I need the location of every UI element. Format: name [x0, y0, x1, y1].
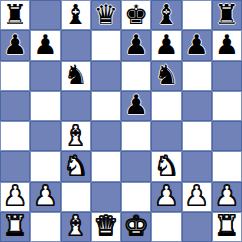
square-b4[interactable] — [30, 121, 60, 151]
square-e7[interactable]: ♟ — [121, 30, 151, 60]
square-a6[interactable] — [0, 61, 30, 91]
square-f8[interactable]: ♝ — [151, 0, 181, 30]
square-e1[interactable]: ♚ — [121, 212, 151, 242]
square-e6[interactable] — [121, 61, 151, 91]
piece-white-pawn-icon[interactable]: ♟ — [154, 182, 178, 209]
square-a8[interactable]: ♜ — [0, 0, 30, 30]
square-d8[interactable]: ♛ — [91, 0, 121, 30]
piece-white-rook-icon[interactable]: ♜ — [215, 212, 239, 239]
square-b8[interactable] — [30, 0, 60, 30]
square-e3[interactable] — [121, 151, 151, 181]
square-b5[interactable] — [30, 91, 60, 121]
square-g6[interactable] — [182, 61, 212, 91]
square-g7[interactable]: ♟ — [182, 30, 212, 60]
piece-black-pawn-icon[interactable]: ♟ — [154, 31, 178, 58]
square-h3[interactable] — [212, 151, 242, 181]
piece-black-rook-icon[interactable]: ♜ — [3, 1, 27, 28]
square-c2[interactable] — [61, 182, 91, 212]
square-d1[interactable]: ♛ — [91, 212, 121, 242]
piece-white-knight-icon[interactable]: ♞ — [64, 152, 88, 179]
square-e8[interactable]: ♚ — [121, 0, 151, 30]
square-h5[interactable] — [212, 91, 242, 121]
square-h8[interactable]: ♜ — [212, 0, 242, 30]
square-f2[interactable]: ♟ — [151, 182, 181, 212]
square-c6[interactable]: ♞ — [61, 61, 91, 91]
square-d5[interactable] — [91, 91, 121, 121]
square-g8[interactable] — [182, 0, 212, 30]
square-c5[interactable] — [61, 91, 91, 121]
square-f3[interactable]: ♞ — [151, 151, 181, 181]
piece-black-pawn-icon[interactable]: ♟ — [215, 31, 239, 58]
piece-white-king-icon[interactable]: ♚ — [124, 212, 148, 239]
square-a3[interactable] — [0, 151, 30, 181]
piece-black-bishop-icon[interactable]: ♝ — [64, 1, 88, 28]
square-d6[interactable] — [91, 61, 121, 91]
square-h4[interactable] — [212, 121, 242, 151]
piece-black-pawn-icon[interactable]: ♟ — [185, 31, 209, 58]
square-d3[interactable] — [91, 151, 121, 181]
square-d2[interactable] — [91, 182, 121, 212]
piece-black-knight-icon[interactable]: ♞ — [64, 61, 88, 88]
piece-black-queen-icon[interactable]: ♛ — [94, 1, 118, 28]
square-c7[interactable] — [61, 30, 91, 60]
square-f6[interactable]: ♞ — [151, 61, 181, 91]
square-b7[interactable]: ♟ — [30, 30, 60, 60]
chess-board: ♜♝♛♚♝♜♟♟♟♟♟♟♞♞♟♝♞♞♟♟♟♟♟♜♝♛♚♜ — [0, 0, 242, 242]
piece-black-rook-icon[interactable]: ♜ — [215, 1, 239, 28]
square-e4[interactable] — [121, 121, 151, 151]
square-c8[interactable]: ♝ — [61, 0, 91, 30]
square-e2[interactable] — [121, 182, 151, 212]
square-g1[interactable] — [182, 212, 212, 242]
piece-white-pawn-icon[interactable]: ♟ — [215, 182, 239, 209]
square-c4[interactable]: ♝ — [61, 121, 91, 151]
square-f7[interactable]: ♟ — [151, 30, 181, 60]
square-b1[interactable] — [30, 212, 60, 242]
square-a1[interactable]: ♜ — [0, 212, 30, 242]
piece-white-bishop-icon[interactable]: ♝ — [64, 122, 88, 149]
square-a5[interactable] — [0, 91, 30, 121]
square-h2[interactable]: ♟ — [212, 182, 242, 212]
square-a2[interactable]: ♟ — [0, 182, 30, 212]
square-a7[interactable]: ♟ — [0, 30, 30, 60]
piece-white-rook-icon[interactable]: ♜ — [3, 212, 27, 239]
square-d4[interactable] — [91, 121, 121, 151]
piece-black-pawn-icon[interactable]: ♟ — [124, 31, 148, 58]
piece-black-pawn-icon[interactable]: ♟ — [33, 31, 57, 58]
square-e5[interactable]: ♟ — [121, 91, 151, 121]
square-h7[interactable]: ♟ — [212, 30, 242, 60]
piece-white-pawn-icon[interactable]: ♟ — [185, 182, 209, 209]
square-c1[interactable]: ♝ — [61, 212, 91, 242]
square-f1[interactable] — [151, 212, 181, 242]
piece-black-bishop-icon[interactable]: ♝ — [154, 1, 178, 28]
piece-black-knight-icon[interactable]: ♞ — [154, 61, 178, 88]
square-h6[interactable] — [212, 61, 242, 91]
square-g3[interactable] — [182, 151, 212, 181]
square-g2[interactable]: ♟ — [182, 182, 212, 212]
square-g5[interactable] — [182, 91, 212, 121]
piece-white-pawn-icon[interactable]: ♟ — [3, 182, 27, 209]
piece-white-pawn-icon[interactable]: ♟ — [33, 182, 57, 209]
square-f5[interactable] — [151, 91, 181, 121]
square-f4[interactable] — [151, 121, 181, 151]
square-b6[interactable] — [30, 61, 60, 91]
square-b2[interactable]: ♟ — [30, 182, 60, 212]
square-a4[interactable] — [0, 121, 30, 151]
square-g4[interactable] — [182, 121, 212, 151]
piece-white-queen-icon[interactable]: ♛ — [94, 212, 118, 239]
piece-black-pawn-icon[interactable]: ♟ — [124, 91, 148, 118]
square-h1[interactable]: ♜ — [212, 212, 242, 242]
square-b3[interactable] — [30, 151, 60, 181]
piece-black-king-icon[interactable]: ♚ — [124, 1, 148, 28]
square-c3[interactable]: ♞ — [61, 151, 91, 181]
piece-black-pawn-icon[interactable]: ♟ — [3, 31, 27, 58]
piece-white-knight-icon[interactable]: ♞ — [154, 152, 178, 179]
square-d7[interactable] — [91, 30, 121, 60]
piece-white-bishop-icon[interactable]: ♝ — [64, 212, 88, 239]
